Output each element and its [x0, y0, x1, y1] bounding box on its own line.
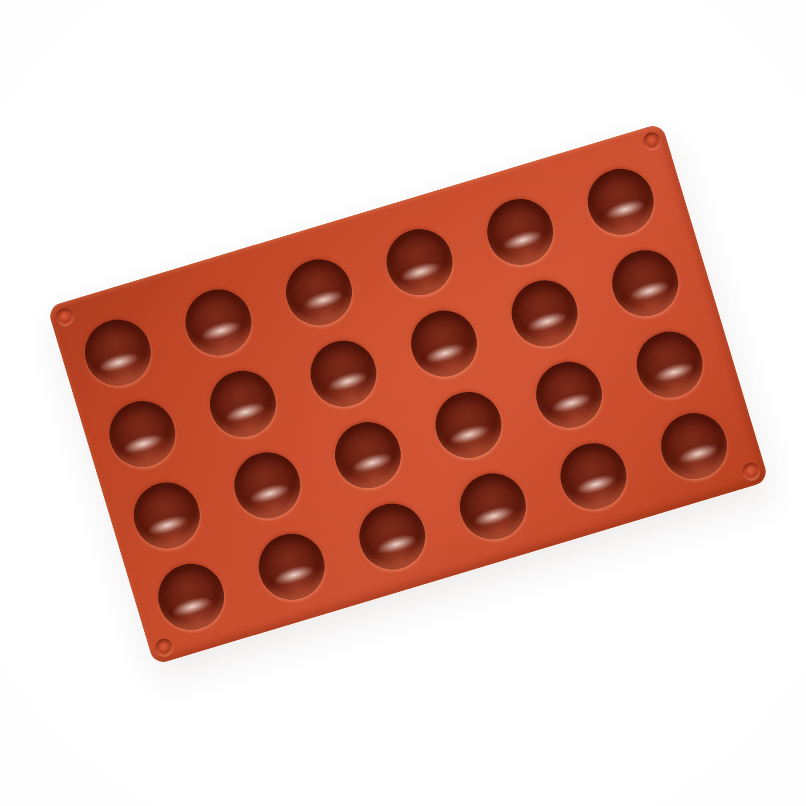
photo-background: Overhead photo of a brick-red 24-cavity … [0, 0, 806, 806]
corner-dimples [47, 123, 769, 666]
silicone-mold [47, 123, 769, 666]
corner-dimple [741, 461, 762, 482]
corner-dimple [153, 637, 174, 658]
photo-caption: Overhead photo of a brick-red 24-cavity … [0, 0, 1, 1]
corner-dimple [641, 130, 662, 151]
corner-dimple [54, 306, 75, 327]
